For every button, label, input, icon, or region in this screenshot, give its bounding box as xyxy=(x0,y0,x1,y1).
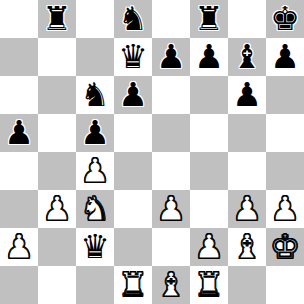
square-h5[interactable] xyxy=(266,114,304,152)
square-g8[interactable] xyxy=(228,0,266,38)
square-b3[interactable]: ♟ xyxy=(38,190,76,228)
piece-black-pawn[interactable]: ♟ xyxy=(266,38,304,76)
piece-white-king[interactable]: ♚ xyxy=(266,228,304,266)
square-f7[interactable]: ♟ xyxy=(190,38,228,76)
square-g3[interactable]: ♟ xyxy=(228,190,266,228)
chess-board: ♜♞♜♚♛♟♟♝♟♞♟♟♟♟♟♟♞♟♟♟♟♛♟♝♚♜♝♜ xyxy=(0,0,304,304)
square-d3[interactable] xyxy=(114,190,152,228)
square-c6[interactable]: ♞ xyxy=(76,76,114,114)
square-a5[interactable]: ♟ xyxy=(0,114,38,152)
square-a4[interactable] xyxy=(0,152,38,190)
piece-white-bishop[interactable]: ♝ xyxy=(228,228,266,266)
square-h4[interactable] xyxy=(266,152,304,190)
square-a6[interactable] xyxy=(0,76,38,114)
square-d4[interactable] xyxy=(114,152,152,190)
square-b8[interactable]: ♜ xyxy=(38,0,76,38)
piece-white-pawn[interactable]: ♟ xyxy=(266,190,304,228)
square-d7[interactable]: ♛ xyxy=(114,38,152,76)
square-e3[interactable]: ♟ xyxy=(152,190,190,228)
square-c3[interactable]: ♞ xyxy=(76,190,114,228)
square-d1[interactable]: ♜ xyxy=(114,266,152,304)
piece-white-pawn[interactable]: ♟ xyxy=(38,190,76,228)
piece-white-pawn[interactable]: ♟ xyxy=(152,190,190,228)
square-h1[interactable] xyxy=(266,266,304,304)
square-g1[interactable] xyxy=(228,266,266,304)
square-d8[interactable]: ♞ xyxy=(114,0,152,38)
piece-black-pawn[interactable]: ♟ xyxy=(76,114,114,152)
square-f5[interactable] xyxy=(190,114,228,152)
square-f2[interactable]: ♟ xyxy=(190,228,228,266)
piece-black-king[interactable]: ♚ xyxy=(266,0,304,38)
piece-black-bishop[interactable]: ♝ xyxy=(228,38,266,76)
square-e7[interactable]: ♟ xyxy=(152,38,190,76)
piece-black-rook[interactable]: ♜ xyxy=(38,0,76,38)
square-e4[interactable] xyxy=(152,152,190,190)
square-e5[interactable] xyxy=(152,114,190,152)
piece-black-knight[interactable]: ♞ xyxy=(114,0,152,38)
square-h6[interactable] xyxy=(266,76,304,114)
piece-white-pawn[interactable]: ♟ xyxy=(190,228,228,266)
square-h8[interactable]: ♚ xyxy=(266,0,304,38)
square-b4[interactable] xyxy=(38,152,76,190)
piece-black-pawn[interactable]: ♟ xyxy=(152,38,190,76)
square-f1[interactable]: ♜ xyxy=(190,266,228,304)
square-h3[interactable]: ♟ xyxy=(266,190,304,228)
piece-black-pawn[interactable]: ♟ xyxy=(228,76,266,114)
square-a2[interactable]: ♟ xyxy=(0,228,38,266)
chess-board-container: ♜♞♜♚♛♟♟♝♟♞♟♟♟♟♟♟♞♟♟♟♟♛♟♝♚♜♝♜ xyxy=(0,0,304,304)
square-b6[interactable] xyxy=(38,76,76,114)
square-h2[interactable]: ♚ xyxy=(266,228,304,266)
piece-white-rook[interactable]: ♜ xyxy=(190,266,228,304)
piece-black-pawn[interactable]: ♟ xyxy=(190,38,228,76)
square-g7[interactable]: ♝ xyxy=(228,38,266,76)
piece-black-queen[interactable]: ♛ xyxy=(114,38,152,76)
piece-black-queen[interactable]: ♛ xyxy=(76,228,114,266)
square-f3[interactable] xyxy=(190,190,228,228)
square-e1[interactable]: ♝ xyxy=(152,266,190,304)
square-c2[interactable]: ♛ xyxy=(76,228,114,266)
square-c7[interactable] xyxy=(76,38,114,76)
square-b1[interactable] xyxy=(38,266,76,304)
square-c1[interactable] xyxy=(76,266,114,304)
square-b7[interactable] xyxy=(38,38,76,76)
square-f6[interactable] xyxy=(190,76,228,114)
square-a1[interactable] xyxy=(0,266,38,304)
piece-white-pawn[interactable]: ♟ xyxy=(76,152,114,190)
square-g6[interactable]: ♟ xyxy=(228,76,266,114)
square-a7[interactable] xyxy=(0,38,38,76)
square-e8[interactable] xyxy=(152,0,190,38)
piece-white-rook[interactable]: ♜ xyxy=(114,266,152,304)
piece-black-knight[interactable]: ♞ xyxy=(76,76,114,114)
square-g4[interactable] xyxy=(228,152,266,190)
square-a8[interactable] xyxy=(0,0,38,38)
piece-black-pawn[interactable]: ♟ xyxy=(114,76,152,114)
square-e2[interactable] xyxy=(152,228,190,266)
square-e6[interactable] xyxy=(152,76,190,114)
square-b2[interactable] xyxy=(38,228,76,266)
square-c8[interactable] xyxy=(76,0,114,38)
piece-white-bishop[interactable]: ♝ xyxy=(152,266,190,304)
square-h7[interactable]: ♟ xyxy=(266,38,304,76)
piece-white-pawn[interactable]: ♟ xyxy=(0,228,38,266)
square-f8[interactable]: ♜ xyxy=(190,0,228,38)
square-b5[interactable] xyxy=(38,114,76,152)
piece-black-pawn[interactable]: ♟ xyxy=(0,114,38,152)
piece-white-knight[interactable]: ♞ xyxy=(76,190,114,228)
square-d6[interactable]: ♟ xyxy=(114,76,152,114)
square-g5[interactable] xyxy=(228,114,266,152)
piece-black-rook[interactable]: ♜ xyxy=(190,0,228,38)
square-f4[interactable] xyxy=(190,152,228,190)
square-c5[interactable]: ♟ xyxy=(76,114,114,152)
square-g2[interactable]: ♝ xyxy=(228,228,266,266)
square-d2[interactable] xyxy=(114,228,152,266)
square-d5[interactable] xyxy=(114,114,152,152)
square-a3[interactable] xyxy=(0,190,38,228)
square-c4[interactable]: ♟ xyxy=(76,152,114,190)
piece-white-pawn[interactable]: ♟ xyxy=(228,190,266,228)
